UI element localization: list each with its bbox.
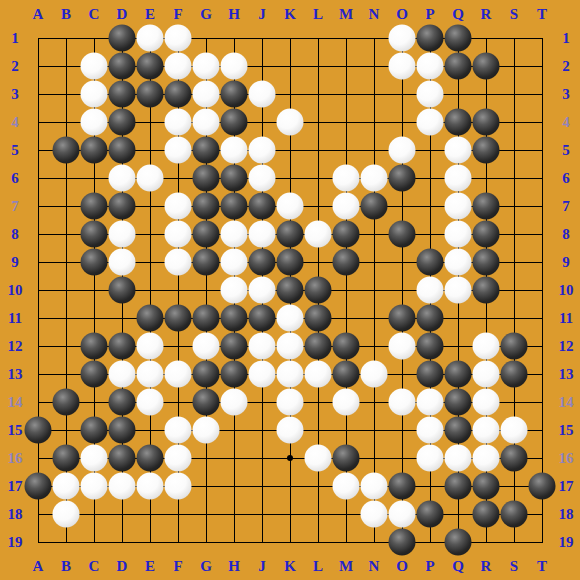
white-stone-M6 [333, 165, 360, 192]
black-stone-Q14 [445, 389, 472, 416]
white-stone-E12 [137, 333, 164, 360]
white-stone-O1 [389, 25, 416, 52]
black-stone-O11 [389, 305, 416, 332]
black-stone-M13 [333, 361, 360, 388]
col-label-bottom-G: G [200, 559, 212, 574]
white-stone-D17 [109, 473, 136, 500]
black-stone-M9 [333, 249, 360, 276]
col-label-bottom-A: A [33, 559, 44, 574]
black-stone-D2 [109, 53, 136, 80]
col-label-bottom-H: H [228, 559, 240, 574]
row-label-left-11: 11 [8, 311, 22, 326]
white-stone-B18 [53, 501, 80, 528]
white-stone-K14 [277, 389, 304, 416]
black-stone-C12 [81, 333, 108, 360]
col-label-bottom-O: O [396, 559, 408, 574]
white-stone-J12 [249, 333, 276, 360]
black-stone-B16 [53, 445, 80, 472]
col-label-bottom-D: D [117, 559, 128, 574]
black-stone-J7 [249, 193, 276, 220]
white-stone-P15 [417, 417, 444, 444]
black-stone-N7 [361, 193, 388, 220]
row-label-right-9: 9 [562, 255, 570, 270]
white-stone-N13 [361, 361, 388, 388]
white-stone-G12 [193, 333, 220, 360]
black-stone-A17 [25, 473, 52, 500]
white-stone-M7 [333, 193, 360, 220]
black-stone-P13 [417, 361, 444, 388]
black-stone-Q1 [445, 25, 472, 52]
white-stone-P10 [417, 277, 444, 304]
black-stone-L12 [305, 333, 332, 360]
col-label-bottom-Q: Q [452, 559, 464, 574]
white-stone-F15 [165, 417, 192, 444]
black-stone-Q13 [445, 361, 472, 388]
grid-line-vertical [402, 38, 403, 543]
row-label-left-9: 9 [11, 255, 19, 270]
black-stone-P9 [417, 249, 444, 276]
black-stone-C7 [81, 193, 108, 220]
col-label-top-H: H [228, 7, 240, 22]
row-label-right-3: 3 [562, 87, 570, 102]
row-label-right-6: 6 [562, 171, 570, 186]
row-label-left-6: 6 [11, 171, 19, 186]
white-stone-H14 [221, 389, 248, 416]
row-label-left-13: 13 [8, 367, 23, 382]
col-label-bottom-T: T [537, 559, 547, 574]
black-stone-Q15 [445, 417, 472, 444]
white-stone-R13 [473, 361, 500, 388]
row-label-left-7: 7 [11, 199, 19, 214]
white-stone-J3 [249, 81, 276, 108]
black-stone-D12 [109, 333, 136, 360]
col-label-top-D: D [117, 7, 128, 22]
col-label-bottom-F: F [173, 559, 182, 574]
black-stone-C8 [81, 221, 108, 248]
row-label-left-5: 5 [11, 143, 19, 158]
white-stone-F4 [165, 109, 192, 136]
black-stone-O17 [389, 473, 416, 500]
col-label-top-A: A [33, 7, 44, 22]
white-stone-S15 [501, 417, 528, 444]
white-stone-K13 [277, 361, 304, 388]
black-stone-H13 [221, 361, 248, 388]
white-stone-K7 [277, 193, 304, 220]
black-stone-H11 [221, 305, 248, 332]
black-stone-O8 [389, 221, 416, 248]
row-label-right-10: 10 [559, 283, 574, 298]
white-stone-J10 [249, 277, 276, 304]
white-stone-F13 [165, 361, 192, 388]
white-stone-R15 [473, 417, 500, 444]
row-label-left-17: 17 [8, 479, 23, 494]
grid-line-horizontal [38, 514, 543, 515]
white-stone-P3 [417, 81, 444, 108]
white-stone-F8 [165, 221, 192, 248]
white-stone-F7 [165, 193, 192, 220]
black-stone-E3 [137, 81, 164, 108]
white-stone-P4 [417, 109, 444, 136]
row-label-right-19: 19 [559, 535, 574, 550]
white-stone-O14 [389, 389, 416, 416]
black-stone-D10 [109, 277, 136, 304]
row-label-left-16: 16 [8, 451, 23, 466]
black-stone-Q19 [445, 529, 472, 556]
col-label-top-F: F [173, 7, 182, 22]
black-stone-B14 [53, 389, 80, 416]
black-stone-S18 [501, 501, 528, 528]
col-label-top-G: G [200, 7, 212, 22]
white-stone-O5 [389, 137, 416, 164]
white-stone-F2 [165, 53, 192, 80]
black-stone-M8 [333, 221, 360, 248]
grid-line-vertical [374, 38, 375, 543]
white-stone-Q7 [445, 193, 472, 220]
black-stone-F3 [165, 81, 192, 108]
col-label-bottom-R: R [481, 559, 492, 574]
white-stone-D9 [109, 249, 136, 276]
col-label-top-R: R [481, 7, 492, 22]
black-stone-K8 [277, 221, 304, 248]
row-label-left-2: 2 [11, 59, 19, 74]
white-stone-R16 [473, 445, 500, 472]
row-label-right-4: 4 [562, 115, 570, 130]
white-stone-K15 [277, 417, 304, 444]
col-label-top-K: K [284, 7, 296, 22]
black-stone-D14 [109, 389, 136, 416]
black-stone-O6 [389, 165, 416, 192]
white-stone-D8 [109, 221, 136, 248]
row-label-left-14: 14 [8, 395, 23, 410]
white-stone-H9 [221, 249, 248, 276]
white-stone-G15 [193, 417, 220, 444]
black-stone-D5 [109, 137, 136, 164]
white-stone-J8 [249, 221, 276, 248]
white-stone-F1 [165, 25, 192, 52]
row-label-left-18: 18 [8, 507, 23, 522]
black-stone-S13 [501, 361, 528, 388]
row-label-right-16: 16 [559, 451, 574, 466]
black-stone-P12 [417, 333, 444, 360]
white-stone-E17 [137, 473, 164, 500]
black-stone-E16 [137, 445, 164, 472]
row-label-left-15: 15 [8, 423, 23, 438]
row-label-left-10: 10 [8, 283, 23, 298]
white-stone-Q10 [445, 277, 472, 304]
col-label-top-L: L [313, 7, 323, 22]
black-stone-S12 [501, 333, 528, 360]
white-stone-K4 [277, 109, 304, 136]
white-stone-L8 [305, 221, 332, 248]
white-stone-O12 [389, 333, 416, 360]
white-stone-H5 [221, 137, 248, 164]
white-stone-J5 [249, 137, 276, 164]
white-stone-E14 [137, 389, 164, 416]
white-stone-N18 [361, 501, 388, 528]
white-stone-F9 [165, 249, 192, 276]
row-label-right-18: 18 [559, 507, 574, 522]
col-label-top-O: O [396, 7, 408, 22]
white-stone-H8 [221, 221, 248, 248]
white-stone-F5 [165, 137, 192, 164]
row-label-left-8: 8 [11, 227, 19, 242]
white-stone-G2 [193, 53, 220, 80]
row-label-left-19: 19 [8, 535, 23, 550]
black-stone-P1 [417, 25, 444, 52]
white-stone-G4 [193, 109, 220, 136]
white-stone-Q6 [445, 165, 472, 192]
black-stone-K10 [277, 277, 304, 304]
black-stone-Q2 [445, 53, 472, 80]
black-stone-O19 [389, 529, 416, 556]
white-stone-O2 [389, 53, 416, 80]
black-stone-E2 [137, 53, 164, 80]
black-stone-C15 [81, 417, 108, 444]
black-stone-B5 [53, 137, 80, 164]
col-label-bottom-J: J [258, 559, 266, 574]
white-stone-P14 [417, 389, 444, 416]
white-stone-L16 [305, 445, 332, 472]
black-stone-D7 [109, 193, 136, 220]
white-stone-E6 [137, 165, 164, 192]
row-label-right-8: 8 [562, 227, 570, 242]
black-stone-C13 [81, 361, 108, 388]
row-label-right-11: 11 [559, 311, 573, 326]
star-point-K16 [287, 455, 293, 461]
black-stone-F11 [165, 305, 192, 332]
black-stone-M12 [333, 333, 360, 360]
white-stone-D13 [109, 361, 136, 388]
white-stone-G3 [193, 81, 220, 108]
col-label-bottom-N: N [369, 559, 380, 574]
black-stone-D15 [109, 417, 136, 444]
col-label-top-B: B [61, 7, 71, 22]
white-stone-P2 [417, 53, 444, 80]
black-stone-G5 [193, 137, 220, 164]
row-label-right-14: 14 [559, 395, 574, 410]
black-stone-D1 [109, 25, 136, 52]
black-stone-H6 [221, 165, 248, 192]
col-label-top-Q: Q [452, 7, 464, 22]
col-label-bottom-L: L [313, 559, 323, 574]
black-stone-E11 [137, 305, 164, 332]
row-label-right-1: 1 [562, 31, 570, 46]
white-stone-L13 [305, 361, 332, 388]
white-stone-P16 [417, 445, 444, 472]
white-stone-Q5 [445, 137, 472, 164]
black-stone-J11 [249, 305, 276, 332]
white-stone-K11 [277, 305, 304, 332]
black-stone-P11 [417, 305, 444, 332]
col-label-top-P: P [425, 7, 434, 22]
black-stone-C5 [81, 137, 108, 164]
black-stone-R8 [473, 221, 500, 248]
black-stone-G7 [193, 193, 220, 220]
white-stone-F17 [165, 473, 192, 500]
black-stone-K9 [277, 249, 304, 276]
black-stone-R2 [473, 53, 500, 80]
white-stone-R14 [473, 389, 500, 416]
black-stone-G9 [193, 249, 220, 276]
white-stone-C2 [81, 53, 108, 80]
white-stone-O18 [389, 501, 416, 528]
white-stone-R12 [473, 333, 500, 360]
row-label-right-5: 5 [562, 143, 570, 158]
white-stone-N6 [361, 165, 388, 192]
row-label-right-12: 12 [559, 339, 574, 354]
col-label-top-E: E [145, 7, 155, 22]
black-stone-G11 [193, 305, 220, 332]
col-label-bottom-C: C [89, 559, 100, 574]
white-stone-M17 [333, 473, 360, 500]
row-label-left-1: 1 [11, 31, 19, 46]
black-stone-H12 [221, 333, 248, 360]
grid-line-vertical [542, 38, 543, 543]
col-label-top-M: M [339, 7, 353, 22]
black-stone-M16 [333, 445, 360, 472]
white-stone-C16 [81, 445, 108, 472]
white-stone-C3 [81, 81, 108, 108]
white-stone-F16 [165, 445, 192, 472]
white-stone-J6 [249, 165, 276, 192]
black-stone-H7 [221, 193, 248, 220]
black-stone-R4 [473, 109, 500, 136]
white-stone-B17 [53, 473, 80, 500]
col-label-bottom-E: E [145, 559, 155, 574]
col-label-bottom-B: B [61, 559, 71, 574]
col-label-top-N: N [369, 7, 380, 22]
row-label-right-17: 17 [559, 479, 574, 494]
black-stone-H4 [221, 109, 248, 136]
white-stone-J13 [249, 361, 276, 388]
black-stone-G8 [193, 221, 220, 248]
black-stone-T17 [529, 473, 556, 500]
black-stone-Q4 [445, 109, 472, 136]
white-stone-D6 [109, 165, 136, 192]
row-label-right-2: 2 [562, 59, 570, 74]
white-stone-E1 [137, 25, 164, 52]
black-stone-A15 [25, 417, 52, 444]
white-stone-Q9 [445, 249, 472, 276]
white-stone-N17 [361, 473, 388, 500]
row-label-right-7: 7 [562, 199, 570, 214]
col-label-top-S: S [510, 7, 518, 22]
col-label-bottom-P: P [425, 559, 434, 574]
col-label-bottom-K: K [284, 559, 296, 574]
black-stone-P18 [417, 501, 444, 528]
black-stone-G13 [193, 361, 220, 388]
black-stone-C9 [81, 249, 108, 276]
black-stone-R17 [473, 473, 500, 500]
black-stone-D3 [109, 81, 136, 108]
col-label-bottom-S: S [510, 559, 518, 574]
white-stone-C17 [81, 473, 108, 500]
white-stone-M14 [333, 389, 360, 416]
col-label-top-T: T [537, 7, 547, 22]
white-stone-Q8 [445, 221, 472, 248]
white-stone-K12 [277, 333, 304, 360]
white-stone-H2 [221, 53, 248, 80]
black-stone-R9 [473, 249, 500, 276]
black-stone-R7 [473, 193, 500, 220]
white-stone-H10 [221, 277, 248, 304]
col-label-top-C: C [89, 7, 100, 22]
col-label-bottom-M: M [339, 559, 353, 574]
row-label-left-12: 12 [8, 339, 23, 354]
row-label-left-3: 3 [11, 87, 19, 102]
black-stone-L11 [305, 305, 332, 332]
black-stone-D4 [109, 109, 136, 136]
black-stone-R10 [473, 277, 500, 304]
white-stone-C4 [81, 109, 108, 136]
row-label-right-15: 15 [559, 423, 574, 438]
black-stone-G14 [193, 389, 220, 416]
black-stone-L10 [305, 277, 332, 304]
col-label-top-J: J [258, 7, 266, 22]
black-stone-G6 [193, 165, 220, 192]
black-stone-S16 [501, 445, 528, 472]
black-stone-H3 [221, 81, 248, 108]
row-label-right-13: 13 [559, 367, 574, 382]
row-label-left-4: 4 [11, 115, 19, 130]
go-board[interactable]: AABBCCDDEEFFGGHHJJKKLLMMNNOOPPQQRRSSTT11… [0, 0, 580, 580]
black-stone-J9 [249, 249, 276, 276]
black-stone-R18 [473, 501, 500, 528]
black-stone-D16 [109, 445, 136, 472]
white-stone-Q16 [445, 445, 472, 472]
black-stone-Q17 [445, 473, 472, 500]
black-stone-R5 [473, 137, 500, 164]
white-stone-E13 [137, 361, 164, 388]
